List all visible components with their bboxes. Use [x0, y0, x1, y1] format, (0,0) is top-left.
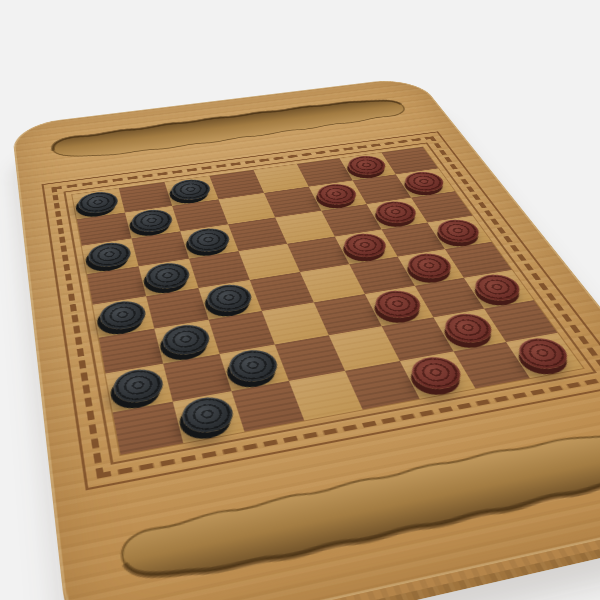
- square-dark: [99, 329, 163, 374]
- piece-black: [159, 322, 213, 358]
- piece-black: [98, 298, 149, 332]
- checkerboard: [72, 147, 583, 455]
- square-dark: [484, 300, 557, 342]
- piece-black: [86, 240, 133, 269]
- square-light: [220, 345, 289, 392]
- play-area: [39, 130, 600, 493]
- square-dark: [231, 381, 304, 432]
- square-light: [173, 391, 245, 443]
- piece-black: [111, 366, 166, 406]
- piece-red: [469, 272, 527, 304]
- piece-black: [77, 190, 120, 216]
- square-dark: [250, 272, 314, 311]
- piece-red: [432, 217, 485, 245]
- square-dark: [87, 266, 146, 304]
- square-dark: [415, 278, 484, 318]
- square-light: [400, 351, 476, 398]
- square-light: [154, 320, 219, 364]
- square-light: [506, 333, 583, 378]
- square-light: [198, 280, 261, 320]
- square-light: [262, 302, 329, 344]
- piece-red: [370, 288, 427, 321]
- piece-red: [313, 182, 361, 207]
- square-dark: [445, 242, 512, 278]
- piece-red: [344, 154, 390, 177]
- square-dark: [209, 311, 275, 354]
- piece-black: [203, 282, 255, 315]
- piece-red: [340, 231, 392, 260]
- square-light: [464, 270, 534, 309]
- checkers-board: [11, 77, 600, 600]
- square-dark: [454, 342, 530, 388]
- piece-black: [178, 394, 237, 437]
- square-dark: [146, 288, 208, 329]
- piece-red: [439, 311, 499, 346]
- square-light: [289, 371, 363, 421]
- piece-black: [169, 177, 214, 202]
- piece-black: [225, 347, 282, 385]
- piece-red: [400, 170, 449, 194]
- square-dark: [163, 354, 231, 402]
- square-light: [329, 326, 400, 371]
- square-dark: [113, 402, 184, 455]
- scene-background: [0, 0, 600, 600]
- piece-black: [185, 226, 233, 254]
- square-dark: [345, 361, 420, 410]
- piece-red: [512, 335, 576, 372]
- square-light: [105, 364, 172, 413]
- square-light: [93, 296, 155, 337]
- square-dark: [275, 335, 345, 381]
- piece-black: [143, 261, 192, 292]
- square-dark: [314, 294, 382, 335]
- square-dark: [382, 317, 454, 361]
- board-top-face: [11, 77, 600, 600]
- square-light: [365, 286, 434, 326]
- square-light: [433, 309, 506, 352]
- piece-red: [405, 354, 467, 393]
- square-light: [139, 259, 199, 297]
- piece-black: [129, 208, 175, 235]
